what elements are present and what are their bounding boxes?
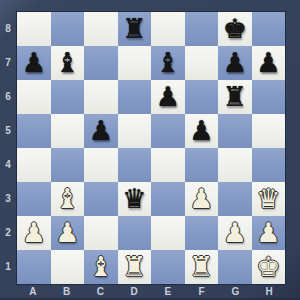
rank-label-5: 5 <box>0 113 16 147</box>
black-pawn-a7[interactable]: ♟ <box>22 49 46 76</box>
square-a2[interactable]: ♟ <box>17 216 51 250</box>
file-labels: ABCDEFGH <box>16 284 286 299</box>
square-d1[interactable]: ♜ <box>118 250 152 284</box>
square-h6[interactable] <box>252 80 286 114</box>
black-king-g8[interactable]: ♚ <box>223 15 247 42</box>
black-pawn-h7[interactable]: ♟ <box>256 49 280 76</box>
black-queen-d3[interactable]: ♛ <box>122 185 146 212</box>
file-label-g: G <box>219 284 253 299</box>
rank-label-1: 1 <box>0 249 16 283</box>
square-g3[interactable] <box>218 182 252 216</box>
file-label-a: A <box>16 284 50 299</box>
square-e1[interactable] <box>151 250 185 284</box>
file-label-c: C <box>84 284 118 299</box>
square-d5[interactable] <box>118 114 152 148</box>
square-h7[interactable]: ♟ <box>252 46 286 80</box>
square-h5[interactable] <box>252 114 286 148</box>
square-f2[interactable] <box>185 216 219 250</box>
white-queen-h3[interactable]: ♛ <box>256 185 280 212</box>
square-a4[interactable] <box>17 148 51 182</box>
square-b5[interactable] <box>51 114 85 148</box>
black-pawn-g7[interactable]: ♟ <box>223 49 247 76</box>
square-f5[interactable]: ♟ <box>185 114 219 148</box>
rank-label-2: 2 <box>0 215 16 249</box>
square-d2[interactable] <box>118 216 152 250</box>
file-label-f: F <box>185 284 219 299</box>
black-rook-g6[interactable]: ♜ <box>223 83 247 110</box>
square-d4[interactable] <box>118 148 152 182</box>
chess-board: ♜♚♟♝♝♟♟♟♜♟♟♝♛♟♛♟♟♟♟♝♜♜♚ <box>16 11 286 285</box>
square-f4[interactable] <box>185 148 219 182</box>
square-b4[interactable] <box>51 148 85 182</box>
square-b1[interactable] <box>51 250 85 284</box>
white-pawn-f3[interactable]: ♟ <box>189 185 213 212</box>
square-f7[interactable] <box>185 46 219 80</box>
square-a1[interactable] <box>17 250 51 284</box>
square-h8[interactable] <box>252 12 286 46</box>
square-g8[interactable]: ♚ <box>218 12 252 46</box>
square-c5[interactable]: ♟ <box>84 114 118 148</box>
black-bishop-b7[interactable]: ♝ <box>55 49 79 76</box>
black-pawn-e6[interactable]: ♟ <box>156 83 180 110</box>
square-e2[interactable] <box>151 216 185 250</box>
square-a8[interactable] <box>17 12 51 46</box>
white-rook-f1[interactable]: ♜ <box>189 253 213 280</box>
square-h3[interactable]: ♛ <box>252 182 286 216</box>
file-label-e: E <box>151 284 185 299</box>
black-bishop-e7[interactable]: ♝ <box>156 49 180 76</box>
square-e3[interactable] <box>151 182 185 216</box>
rank-label-4: 4 <box>0 147 16 181</box>
white-rook-d1[interactable]: ♜ <box>122 253 146 280</box>
white-bishop-c1[interactable]: ♝ <box>89 253 113 280</box>
square-b7[interactable]: ♝ <box>51 46 85 80</box>
file-label-d: D <box>117 284 151 299</box>
white-bishop-b3[interactable]: ♝ <box>55 185 79 212</box>
square-c8[interactable] <box>84 12 118 46</box>
square-d8[interactable]: ♜ <box>118 12 152 46</box>
square-a5[interactable] <box>17 114 51 148</box>
square-g7[interactable]: ♟ <box>218 46 252 80</box>
file-label-b: B <box>50 284 84 299</box>
square-e7[interactable]: ♝ <box>151 46 185 80</box>
square-f8[interactable] <box>185 12 219 46</box>
square-d6[interactable] <box>118 80 152 114</box>
black-pawn-c5[interactable]: ♟ <box>89 117 113 144</box>
square-d3[interactable]: ♛ <box>118 182 152 216</box>
square-c1[interactable]: ♝ <box>84 250 118 284</box>
square-b3[interactable]: ♝ <box>51 182 85 216</box>
square-g4[interactable] <box>218 148 252 182</box>
square-g5[interactable] <box>218 114 252 148</box>
square-g2[interactable]: ♟ <box>218 216 252 250</box>
square-a6[interactable] <box>17 80 51 114</box>
white-pawn-b2[interactable]: ♟ <box>55 219 79 246</box>
square-h2[interactable]: ♟ <box>252 216 286 250</box>
square-e5[interactable] <box>151 114 185 148</box>
square-c3[interactable] <box>84 182 118 216</box>
white-pawn-h2[interactable]: ♟ <box>256 219 280 246</box>
rank-label-3: 3 <box>0 181 16 215</box>
square-d7[interactable] <box>118 46 152 80</box>
square-c4[interactable] <box>84 148 118 182</box>
square-c2[interactable] <box>84 216 118 250</box>
white-pawn-a2[interactable]: ♟ <box>22 219 46 246</box>
square-f3[interactable]: ♟ <box>185 182 219 216</box>
rank-label-8: 8 <box>0 11 16 45</box>
white-king-h1[interactable]: ♚ <box>256 253 280 280</box>
square-a7[interactable]: ♟ <box>17 46 51 80</box>
square-g1[interactable] <box>218 250 252 284</box>
black-rook-d8[interactable]: ♜ <box>122 15 146 42</box>
square-a3[interactable] <box>17 182 51 216</box>
square-f1[interactable]: ♜ <box>185 250 219 284</box>
square-b2[interactable]: ♟ <box>51 216 85 250</box>
square-e8[interactable] <box>151 12 185 46</box>
file-label-h: H <box>252 284 286 299</box>
square-f6[interactable] <box>185 80 219 114</box>
chess-diagram: 87654321 ♜♚♟♝♝♟♟♟♜♟♟♝♛♟♛♟♟♟♟♝♜♜♚ ABCDEFG… <box>0 0 300 300</box>
square-b6[interactable] <box>51 80 85 114</box>
rank-label-6: 6 <box>0 79 16 113</box>
square-c6[interactable] <box>84 80 118 114</box>
rank-labels: 87654321 <box>0 11 16 283</box>
square-g6[interactable]: ♜ <box>218 80 252 114</box>
rank-label-7: 7 <box>0 45 16 79</box>
white-pawn-g2[interactable]: ♟ <box>223 219 247 246</box>
square-c7[interactable] <box>84 46 118 80</box>
black-pawn-f5[interactable]: ♟ <box>189 117 213 144</box>
square-b8[interactable] <box>51 12 85 46</box>
square-h4[interactable] <box>252 148 286 182</box>
square-e6[interactable]: ♟ <box>151 80 185 114</box>
square-e4[interactable] <box>151 148 185 182</box>
square-h1[interactable]: ♚ <box>252 250 286 284</box>
